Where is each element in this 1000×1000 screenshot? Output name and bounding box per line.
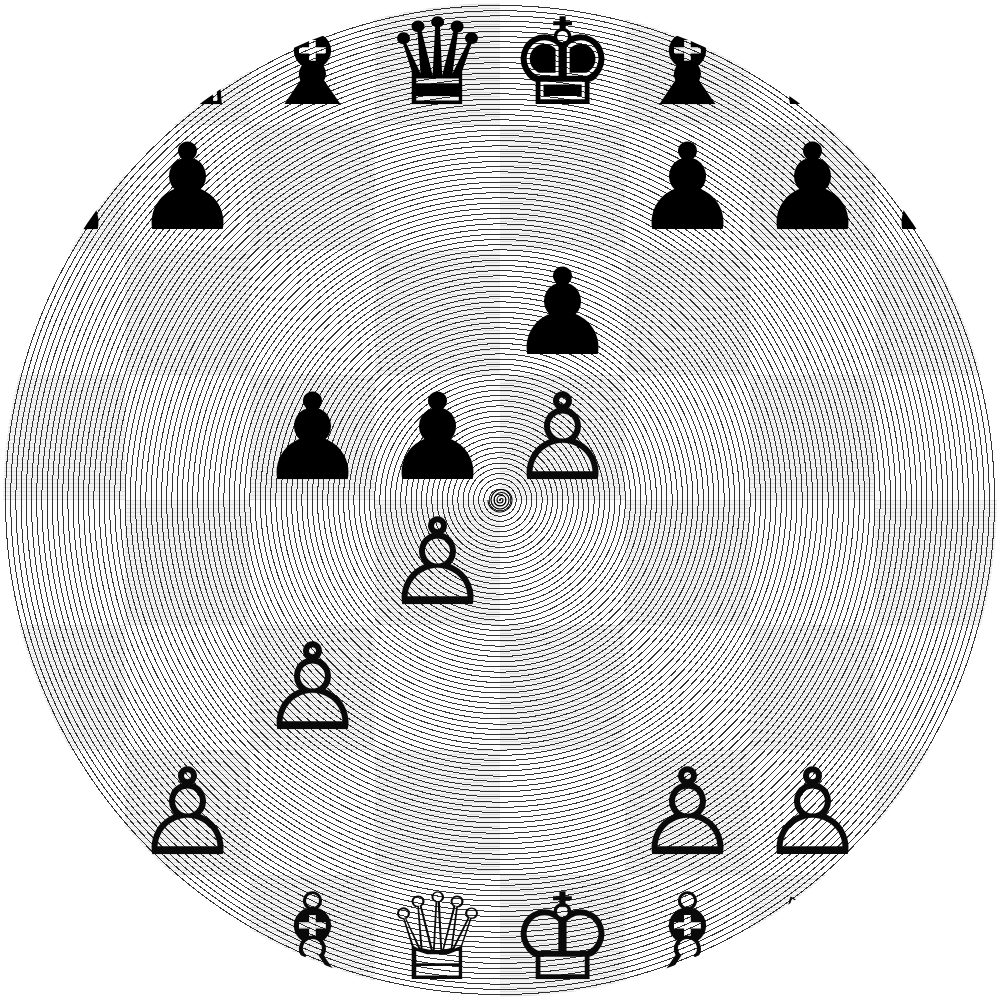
square-g5[interactable] [750, 375, 875, 500]
square-c6[interactable] [250, 250, 375, 375]
square-f5[interactable] [625, 375, 750, 500]
square-b2[interactable]: ♙ [125, 750, 250, 875]
square-d7[interactable] [375, 125, 500, 250]
square-b5[interactable] [125, 375, 250, 500]
piece-white-queen[interactable]: ♕ [384, 875, 492, 997]
square-b8[interactable]: ♞ [125, 3, 250, 125]
piece-white-bishop[interactable]: ♗ [634, 875, 742, 997]
piece-black-bishop[interactable]: ♝ [259, 3, 367, 125]
square-b1[interactable]: ♘ [125, 875, 250, 997]
square-h4[interactable] [875, 500, 997, 625]
spiral-canvas: ♜♞♝♛♚♝♞♜♟♟♟♟♟♟♟♟♙♙♙♙♙♙♙♙♖♘♗♕♔♗♘♖ [3, 3, 997, 997]
square-g3[interactable] [750, 625, 875, 750]
square-g1[interactable]: ♘ [750, 875, 875, 997]
square-e1[interactable]: ♔ [500, 875, 625, 997]
square-e7[interactable] [500, 125, 625, 250]
square-f1[interactable]: ♗ [625, 875, 750, 997]
piece-black-king[interactable]: ♚ [509, 3, 617, 125]
square-d3[interactable] [375, 625, 500, 750]
square-c2[interactable] [250, 750, 375, 875]
piece-black-pawn[interactable]: ♟ [759, 125, 867, 250]
square-d6[interactable] [375, 250, 500, 375]
square-c8[interactable]: ♝ [250, 3, 375, 125]
spiral-chess-artwork: ♜♞♝♛♚♝♞♜♟♟♟♟♟♟♟♟♙♙♙♙♙♙♙♙♖♘♗♕♔♗♘♖ [0, 0, 1000, 1000]
square-g7[interactable]: ♟ [750, 125, 875, 250]
piece-black-pawn[interactable]: ♟ [134, 125, 242, 250]
piece-black-pawn[interactable]: ♟ [884, 125, 992, 250]
piece-black-pawn[interactable]: ♟ [509, 250, 617, 375]
square-g4[interactable] [750, 500, 875, 625]
square-g8[interactable]: ♞ [750, 3, 875, 125]
piece-white-rook[interactable]: ♖ [884, 875, 992, 997]
spiral-center-icon [470, 470, 530, 530]
square-f7[interactable]: ♟ [625, 125, 750, 250]
square-b3[interactable] [125, 625, 250, 750]
square-b7[interactable]: ♟ [125, 125, 250, 250]
square-a5[interactable] [3, 375, 125, 500]
square-a4[interactable] [3, 500, 125, 625]
piece-white-pawn[interactable]: ♙ [259, 625, 367, 750]
square-c5[interactable]: ♟ [250, 375, 375, 500]
piece-black-pawn[interactable]: ♟ [634, 125, 742, 250]
square-d1[interactable]: ♕ [375, 875, 500, 997]
piece-black-knight[interactable]: ♞ [134, 3, 242, 125]
piece-black-knight[interactable]: ♞ [759, 3, 867, 125]
square-h3[interactable] [875, 625, 997, 750]
square-e6[interactable]: ♟ [500, 250, 625, 375]
square-e2[interactable] [500, 750, 625, 875]
piece-black-pawn[interactable]: ♟ [9, 125, 117, 250]
piece-black-rook[interactable]: ♜ [9, 3, 117, 125]
piece-white-pawn[interactable]: ♙ [134, 750, 242, 875]
piece-white-pawn[interactable]: ♙ [884, 750, 992, 875]
square-g6[interactable] [750, 250, 875, 375]
square-e8[interactable]: ♚ [500, 3, 625, 125]
square-h8[interactable]: ♜ [875, 3, 997, 125]
square-a3[interactable] [3, 625, 125, 750]
square-d2[interactable] [375, 750, 500, 875]
square-a2[interactable]: ♙ [3, 750, 125, 875]
square-f3[interactable] [625, 625, 750, 750]
piece-white-king[interactable]: ♔ [509, 875, 617, 997]
square-a8[interactable]: ♜ [3, 3, 125, 125]
square-a1[interactable]: ♖ [3, 875, 125, 997]
piece-black-pawn[interactable]: ♟ [259, 375, 367, 500]
piece-white-knight[interactable]: ♘ [134, 875, 242, 997]
square-c3[interactable]: ♙ [250, 625, 375, 750]
square-a6[interactable] [3, 250, 125, 375]
square-f6[interactable] [625, 250, 750, 375]
square-g2[interactable]: ♙ [750, 750, 875, 875]
piece-black-queen[interactable]: ♛ [384, 3, 492, 125]
square-h5[interactable] [875, 375, 997, 500]
piece-white-pawn[interactable]: ♙ [9, 750, 117, 875]
square-d8[interactable]: ♛ [375, 3, 500, 125]
square-f2[interactable]: ♙ [625, 750, 750, 875]
square-e3[interactable] [500, 625, 625, 750]
square-f4[interactable] [625, 500, 750, 625]
piece-white-pawn[interactable]: ♙ [759, 750, 867, 875]
square-f8[interactable]: ♝ [625, 3, 750, 125]
square-a7[interactable]: ♟ [3, 125, 125, 250]
piece-white-pawn[interactable]: ♙ [634, 750, 742, 875]
square-c7[interactable] [250, 125, 375, 250]
piece-white-bishop[interactable]: ♗ [259, 875, 367, 997]
piece-black-bishop[interactable]: ♝ [634, 3, 742, 125]
square-h6[interactable] [875, 250, 997, 375]
square-b4[interactable] [125, 500, 250, 625]
square-c4[interactable] [250, 500, 375, 625]
piece-white-knight[interactable]: ♘ [759, 875, 867, 997]
square-h2[interactable]: ♙ [875, 750, 997, 875]
piece-black-rook[interactable]: ♜ [884, 3, 992, 125]
square-b6[interactable] [125, 250, 250, 375]
square-c1[interactable]: ♗ [250, 875, 375, 997]
square-h7[interactable]: ♟ [875, 125, 997, 250]
square-h1[interactable]: ♖ [875, 875, 997, 997]
piece-white-rook[interactable]: ♖ [9, 875, 117, 997]
